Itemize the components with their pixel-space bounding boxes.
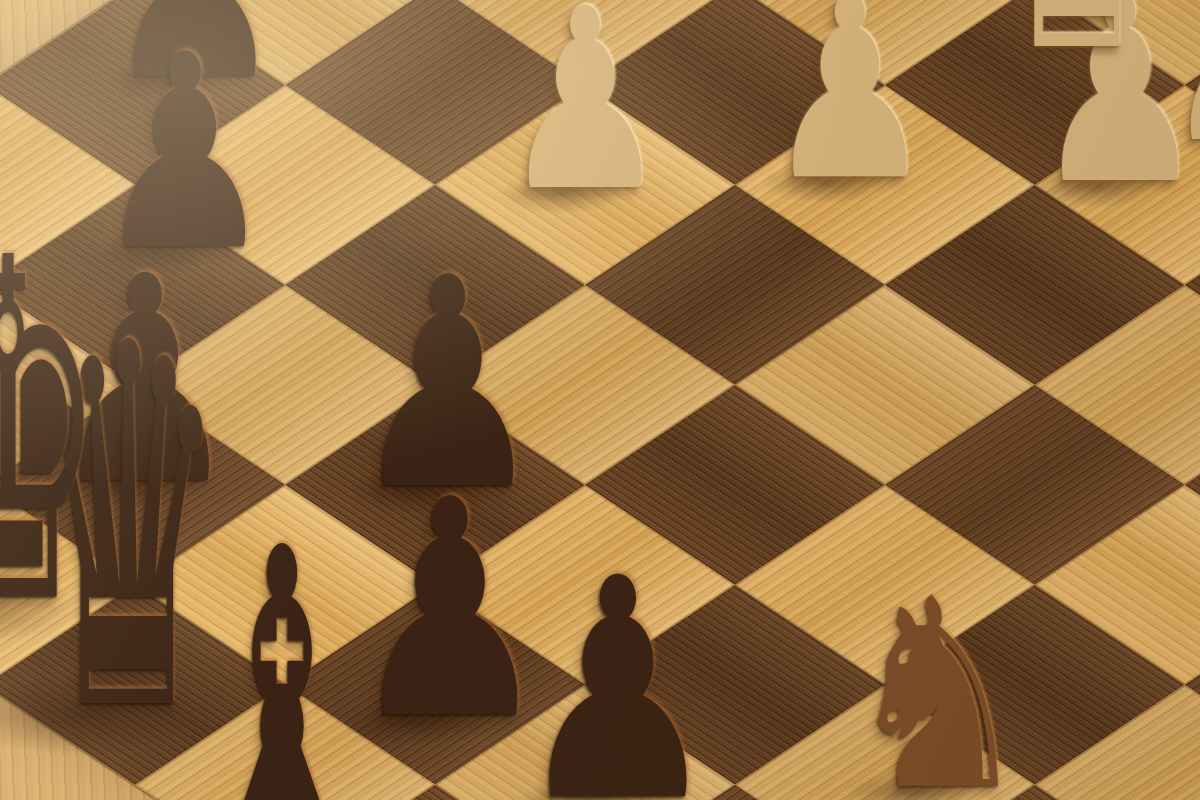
chessboard-photo: ♟♟♟♟♟♟♛♚♝♞♟♟♟♛♟ xyxy=(0,0,1200,800)
chess-board xyxy=(0,0,1200,800)
